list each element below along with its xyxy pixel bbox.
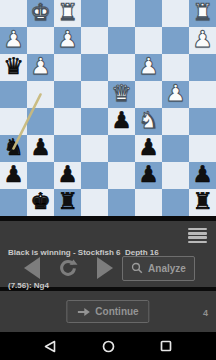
- square-d5[interactable]: ♟: [108, 108, 135, 135]
- square-a7[interactable]: ♟: [189, 162, 216, 189]
- piece-white-rook[interactable]: ♜: [57, 1, 78, 24]
- square-g7[interactable]: [27, 162, 54, 189]
- app-screen: ♚♜♜♟♟♟♛♟♟♛♟♟♞♞♟♟♟♟♟♟♚♜♜ Black is winning…: [0, 0, 216, 360]
- piece-white-pawn[interactable]: ♟: [192, 28, 213, 51]
- piece-white-pawn[interactable]: ♟: [57, 28, 78, 51]
- square-b7[interactable]: [162, 162, 189, 189]
- square-d7[interactable]: [108, 162, 135, 189]
- square-h2[interactable]: ♟: [0, 27, 27, 54]
- piece-white-queen[interactable]: ♛: [111, 82, 132, 105]
- square-f1[interactable]: ♜: [54, 0, 81, 27]
- piece-black-pawn[interactable]: ♟: [138, 163, 159, 186]
- piece-black-pawn[interactable]: ♟: [138, 136, 159, 159]
- square-a8[interactable]: ♜: [189, 189, 216, 216]
- square-d3[interactable]: [108, 54, 135, 81]
- square-h1[interactable]: [0, 0, 27, 27]
- square-e4[interactable]: [81, 81, 108, 108]
- piece-black-rook[interactable]: ♜: [57, 190, 78, 213]
- right-arrow-icon: [77, 307, 90, 317]
- square-e8[interactable]: [81, 189, 108, 216]
- piece-white-knight[interactable]: ♞: [138, 109, 159, 132]
- continue-label: Continue: [95, 306, 138, 317]
- hamburger-menu-icon[interactable]: [188, 228, 207, 243]
- piece-black-queen[interactable]: ♛: [3, 55, 24, 78]
- square-b3[interactable]: [162, 54, 189, 81]
- square-c6[interactable]: ♟: [135, 135, 162, 162]
- square-g1[interactable]: ♚: [27, 0, 54, 27]
- piece-black-pawn[interactable]: ♟: [192, 163, 213, 186]
- square-b2[interactable]: [162, 27, 189, 54]
- back-triangle-icon[interactable]: [42, 338, 58, 354]
- square-e6[interactable]: [81, 135, 108, 162]
- square-g6[interactable]: ♟: [27, 135, 54, 162]
- piece-black-pawn[interactable]: ♟: [57, 163, 78, 186]
- square-f4[interactable]: [54, 81, 81, 108]
- square-b4[interactable]: ♟: [162, 81, 189, 108]
- piece-black-pawn[interactable]: ♟: [111, 109, 132, 132]
- square-g3[interactable]: ♟: [27, 54, 54, 81]
- square-d4[interactable]: ♛: [108, 81, 135, 108]
- next-move-button[interactable]: [97, 257, 113, 279]
- square-h8[interactable]: [0, 189, 27, 216]
- continue-button[interactable]: Continue: [66, 300, 149, 323]
- evaluation-panel: Black is winning - Stockfish 6 Depth 16 …: [0, 221, 216, 287]
- square-a5[interactable]: [189, 108, 216, 135]
- continue-panel: Continue 4: [0, 291, 216, 332]
- square-f2[interactable]: ♟: [54, 27, 81, 54]
- square-h3[interactable]: ♛: [0, 54, 27, 81]
- square-a4[interactable]: [189, 81, 216, 108]
- square-d6[interactable]: [108, 135, 135, 162]
- square-b5[interactable]: [162, 108, 189, 135]
- square-g4[interactable]: [27, 81, 54, 108]
- square-e5[interactable]: [81, 108, 108, 135]
- square-a6[interactable]: [189, 135, 216, 162]
- analyze-label: Analyze: [148, 263, 186, 274]
- square-b6[interactable]: [162, 135, 189, 162]
- square-f5[interactable]: [54, 108, 81, 135]
- piece-black-pawn[interactable]: ♟: [3, 163, 24, 186]
- square-g5[interactable]: [27, 108, 54, 135]
- analyze-button[interactable]: Analyze: [122, 256, 195, 281]
- recents-square-icon[interactable]: [158, 338, 174, 354]
- square-a3[interactable]: [189, 54, 216, 81]
- square-e3[interactable]: [81, 54, 108, 81]
- square-c8[interactable]: [135, 189, 162, 216]
- piece-black-knight[interactable]: ♞: [3, 136, 24, 159]
- piece-white-pawn[interactable]: ♟: [3, 28, 24, 51]
- piece-black-pawn[interactable]: ♟: [30, 136, 51, 159]
- square-b1[interactable]: [162, 0, 189, 27]
- piece-white-king[interactable]: ♚: [30, 1, 51, 24]
- square-h7[interactable]: ♟: [0, 162, 27, 189]
- square-c2[interactable]: [135, 27, 162, 54]
- square-b8[interactable]: [162, 189, 189, 216]
- square-h5[interactable]: [0, 108, 27, 135]
- square-a1[interactable]: ♜: [189, 0, 216, 27]
- magnifier-icon: [131, 262, 143, 274]
- square-a2[interactable]: ♟: [189, 27, 216, 54]
- square-c7[interactable]: ♟: [135, 162, 162, 189]
- piece-black-king[interactable]: ♚: [30, 190, 51, 213]
- piece-black-rook[interactable]: ♜: [192, 190, 213, 213]
- square-c3[interactable]: ♟: [135, 54, 162, 81]
- square-c4[interactable]: [135, 81, 162, 108]
- square-h4[interactable]: [0, 81, 27, 108]
- home-circle-icon[interactable]: [100, 338, 116, 354]
- square-d2[interactable]: [108, 27, 135, 54]
- puzzle-counter: 4: [203, 308, 208, 318]
- piece-white-pawn[interactable]: ♟: [138, 55, 159, 78]
- square-g8[interactable]: ♚: [27, 189, 54, 216]
- square-d1[interactable]: [108, 0, 135, 27]
- square-f3[interactable]: [54, 54, 81, 81]
- square-h6[interactable]: ♞: [0, 135, 27, 162]
- square-f6[interactable]: [54, 135, 81, 162]
- restart-button[interactable]: [57, 257, 79, 279]
- previous-move-button[interactable]: [24, 257, 40, 279]
- square-e1[interactable]: [81, 0, 108, 27]
- square-e7[interactable]: [81, 162, 108, 189]
- android-nav-bar: [0, 332, 216, 360]
- piece-white-pawn[interactable]: ♟: [30, 55, 51, 78]
- square-c5[interactable]: ♞: [135, 108, 162, 135]
- piece-white-pawn[interactable]: ♟: [165, 82, 186, 105]
- square-e2[interactable]: [81, 27, 108, 54]
- restart-circular-arrow-icon: [57, 257, 79, 279]
- square-c1[interactable]: [135, 0, 162, 27]
- square-f8[interactable]: ♜: [54, 189, 81, 216]
- piece-white-rook[interactable]: ♜: [192, 1, 213, 24]
- square-d8[interactable]: [108, 189, 135, 216]
- square-g2[interactable]: [27, 27, 54, 54]
- chess-board: ♚♜♜♟♟♟♛♟♟♛♟♟♞♞♟♟♟♟♟♟♚♜♜: [0, 0, 216, 216]
- square-f7[interactable]: ♟: [54, 162, 81, 189]
- move-controls: Analyze: [0, 253, 216, 283]
